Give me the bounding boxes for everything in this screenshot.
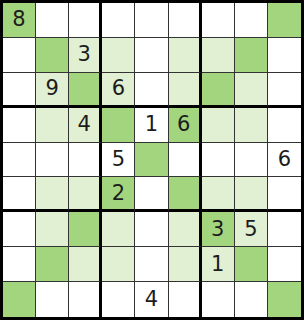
cell-r6c1[interactable] (36, 212, 69, 247)
cell-r8c2[interactable] (69, 282, 102, 317)
cell-r7c4[interactable] (135, 247, 168, 282)
cell-r3c0[interactable] (3, 108, 36, 143)
cell-r5c0[interactable] (3, 177, 36, 212)
cell-r3c3[interactable] (102, 108, 135, 143)
cell-r6c3[interactable] (102, 212, 135, 247)
cell-r2c0[interactable] (3, 73, 36, 108)
cell-r4c8[interactable]: 6 (268, 143, 301, 178)
cell-r4c4[interactable] (135, 143, 168, 178)
cell-r2c4[interactable] (135, 73, 168, 108)
cell-r3c6[interactable] (202, 108, 235, 143)
cell-r4c3[interactable]: 5 (102, 143, 135, 178)
cell-r1c3[interactable] (102, 38, 135, 73)
cell-r0c8[interactable] (268, 3, 301, 38)
cell-r7c6[interactable]: 1 (202, 247, 235, 282)
cell-r0c3[interactable] (102, 3, 135, 38)
cell-r3c4[interactable]: 1 (135, 108, 168, 143)
cell-r4c1[interactable] (36, 143, 69, 178)
cell-r8c5[interactable] (169, 282, 202, 317)
cell-r7c2[interactable] (69, 247, 102, 282)
cell-r8c4[interactable]: 4 (135, 282, 168, 317)
cell-r6c6[interactable]: 3 (202, 212, 235, 247)
cell-r1c8[interactable] (268, 38, 301, 73)
cell-r5c2[interactable] (69, 177, 102, 212)
cell-r3c5[interactable]: 6 (169, 108, 202, 143)
cell-r5c1[interactable] (36, 177, 69, 212)
cell-r2c5[interactable] (169, 73, 202, 108)
cell-r6c7[interactable]: 5 (235, 212, 268, 247)
cell-r1c0[interactable] (3, 38, 36, 73)
cell-r5c7[interactable] (235, 177, 268, 212)
cell-r6c2[interactable] (69, 212, 102, 247)
cell-r3c1[interactable] (36, 108, 69, 143)
cell-r2c2[interactable] (69, 73, 102, 108)
cell-r5c4[interactable] (135, 177, 168, 212)
cell-r3c2[interactable]: 4 (69, 108, 102, 143)
cell-r7c3[interactable] (102, 247, 135, 282)
cell-r2c7[interactable] (235, 73, 268, 108)
cell-r2c3[interactable]: 6 (102, 73, 135, 108)
sudoku-board: 83964165623514 (0, 0, 304, 320)
cell-r0c1[interactable] (36, 3, 69, 38)
cell-r2c6[interactable] (202, 73, 235, 108)
cell-r7c8[interactable] (268, 247, 301, 282)
cell-r5c3[interactable]: 2 (102, 177, 135, 212)
cell-r0c5[interactable] (169, 3, 202, 38)
cell-r1c4[interactable] (135, 38, 168, 73)
cell-r0c2[interactable] (69, 3, 102, 38)
cell-r5c6[interactable] (202, 177, 235, 212)
cell-r0c6[interactable] (202, 3, 235, 38)
cell-r7c1[interactable] (36, 247, 69, 282)
cell-r5c8[interactable] (268, 177, 301, 212)
cell-r8c8[interactable] (268, 282, 301, 317)
cell-r6c0[interactable] (3, 212, 36, 247)
cell-r2c8[interactable] (268, 73, 301, 108)
cell-r8c3[interactable] (102, 282, 135, 317)
cell-r8c6[interactable] (202, 282, 235, 317)
cell-r1c5[interactable] (169, 38, 202, 73)
cell-r7c0[interactable] (3, 247, 36, 282)
cell-r7c5[interactable] (169, 247, 202, 282)
cell-r0c4[interactable] (135, 3, 168, 38)
cell-r1c7[interactable] (235, 38, 268, 73)
cell-r7c7[interactable] (235, 247, 268, 282)
cell-r3c7[interactable] (235, 108, 268, 143)
cell-r0c7[interactable] (235, 3, 268, 38)
cell-r1c2[interactable]: 3 (69, 38, 102, 73)
cell-r6c5[interactable] (169, 212, 202, 247)
cell-r4c7[interactable] (235, 143, 268, 178)
cell-r5c5[interactable] (169, 177, 202, 212)
cell-r6c8[interactable] (268, 212, 301, 247)
cell-r4c2[interactable] (69, 143, 102, 178)
cell-r4c0[interactable] (3, 143, 36, 178)
cell-r1c6[interactable] (202, 38, 235, 73)
cell-r4c6[interactable] (202, 143, 235, 178)
cell-r0c0[interactable]: 8 (3, 3, 36, 38)
cell-r8c1[interactable] (36, 282, 69, 317)
cell-r8c7[interactable] (235, 282, 268, 317)
cell-r1c1[interactable] (36, 38, 69, 73)
cell-r2c1[interactable]: 9 (36, 73, 69, 108)
cell-r3c8[interactable] (268, 108, 301, 143)
cell-r8c0[interactable] (3, 282, 36, 317)
cell-r4c5[interactable] (169, 143, 202, 178)
cell-r6c4[interactable] (135, 212, 168, 247)
